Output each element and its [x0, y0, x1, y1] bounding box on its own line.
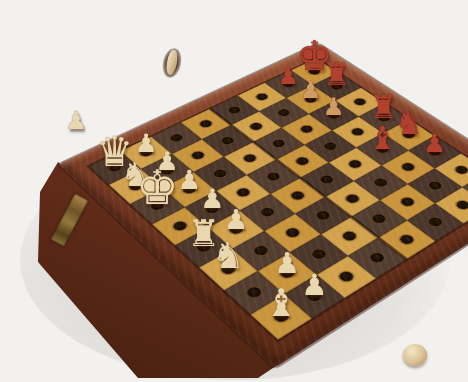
peg-hole [219, 263, 237, 276]
peg-hole [254, 92, 269, 101]
peg-hole [372, 177, 389, 188]
peg-hole [235, 187, 252, 198]
peg-hole [310, 248, 328, 261]
peg-hole [265, 171, 282, 182]
peg-hole [299, 124, 315, 134]
peg-hole [212, 168, 229, 179]
peg-hole [198, 119, 214, 129]
peg-hole [281, 80, 296, 89]
peg-hole [226, 105, 242, 114]
peg-hole [401, 130, 417, 140]
peg-hole [426, 180, 443, 191]
peg-hole [276, 108, 292, 117]
peg-hole [453, 165, 468, 176]
peg-hole [190, 150, 206, 160]
peg-hole [289, 190, 306, 201]
peg-hole [271, 309, 290, 323]
peg-hole [271, 138, 287, 148]
peg-hole [368, 251, 386, 264]
peg-hole [399, 196, 416, 207]
peg-hole [278, 266, 297, 279]
peg-hole [219, 136, 235, 146]
peg-hole [349, 127, 365, 137]
peg-hole [195, 241, 213, 254]
peg-hole [340, 230, 358, 242]
peg-hole [352, 97, 368, 106]
peg-hole [294, 156, 311, 166]
peg-hole [181, 184, 198, 195]
peg-hole [227, 223, 245, 235]
peg-hole [374, 144, 390, 154]
peg-hole [171, 220, 189, 232]
peg-hole [127, 181, 144, 192]
peg-hole [307, 67, 322, 76]
peg-hole [248, 122, 264, 132]
peg-hole [242, 153, 258, 163]
peg-hole [284, 227, 302, 239]
peg-hole [159, 165, 176, 176]
peg-hole [314, 210, 332, 222]
peg-hole [259, 206, 276, 218]
peg-hole [426, 147, 443, 157]
bone-disc [403, 344, 427, 366]
peg-hole [326, 111, 342, 120]
peg-hole [149, 200, 166, 212]
peg-hole [305, 289, 324, 303]
peg-hole [347, 159, 364, 170]
peg-hole [370, 213, 388, 225]
travel-chess-set-photo: ♚♜♜♞♟♟♟♟♝♛♞♚♜♞♝♟♟♟♟♟♟♟♟ [0, 0, 468, 382]
peg-hole [329, 82, 344, 91]
peg-hole [318, 174, 335, 185]
peg-hole [303, 95, 318, 104]
peg-hole [400, 162, 417, 173]
peg-hole [245, 286, 264, 300]
peg-hole [106, 162, 123, 173]
peg-hole [454, 199, 468, 211]
peg-hole [426, 216, 444, 228]
peg-hole [168, 133, 184, 143]
peg-hole [322, 141, 338, 151]
peg-hole [398, 233, 416, 245]
peg-hole [138, 147, 154, 157]
peg-hole [252, 244, 270, 257]
peg-hole [344, 193, 361, 204]
peg-hole [376, 113, 392, 122]
white-pawn-on-rail: ♟ [65, 108, 87, 133]
peg-hole [337, 270, 356, 283]
peg-hole [203, 203, 220, 215]
